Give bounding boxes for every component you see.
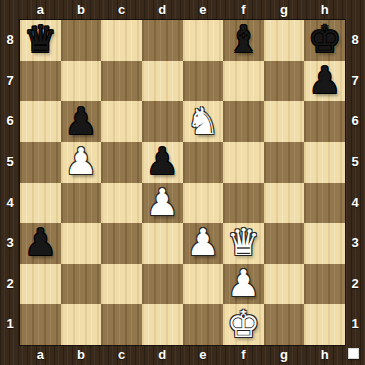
rank-label-3-left: 3 — [0, 223, 20, 264]
square-a8[interactable]: ♛ — [20, 20, 61, 61]
rank-label-5-left: 5 — [0, 142, 20, 183]
white-knight[interactable]: ♞ — [186, 102, 219, 142]
square-a2[interactable] — [20, 264, 61, 305]
white-pawn[interactable]: ♟ — [146, 183, 179, 223]
square-c8[interactable] — [101, 20, 142, 61]
chess-board-frame: ♛♝♚♟♟♞♟♟♟♟♟♛♟♚ aabbccddeeffgghh887766554… — [0, 0, 365, 365]
square-c1[interactable] — [101, 304, 142, 345]
file-label-h-top: h — [304, 0, 345, 20]
rank-label-6-right: 6 — [345, 101, 365, 142]
rank-label-5-right: 5 — [345, 142, 365, 183]
square-g2[interactable] — [264, 264, 305, 305]
rank-label-4-right: 4 — [345, 183, 365, 224]
square-e8[interactable] — [183, 20, 224, 61]
rank-label-6-left: 6 — [0, 101, 20, 142]
white-pawn[interactable]: ♟ — [227, 264, 260, 304]
square-a3[interactable]: ♟ — [20, 223, 61, 264]
file-label-b-bottom: b — [61, 345, 102, 365]
rank-label-3-right: 3 — [345, 223, 365, 264]
black-pawn[interactable]: ♟ — [308, 61, 341, 101]
square-c7[interactable] — [101, 61, 142, 102]
square-h8[interactable]: ♚ — [304, 20, 345, 61]
file-label-h-bottom: h — [304, 345, 345, 365]
square-b4[interactable] — [61, 183, 102, 224]
square-d5[interactable]: ♟ — [142, 142, 183, 183]
square-e1[interactable] — [183, 304, 224, 345]
file-label-g-top: g — [264, 0, 305, 20]
square-f8[interactable]: ♝ — [223, 20, 264, 61]
file-label-c-bottom: c — [101, 345, 142, 365]
square-b8[interactable] — [61, 20, 102, 61]
square-g6[interactable] — [264, 101, 305, 142]
square-h5[interactable] — [304, 142, 345, 183]
square-a1[interactable] — [20, 304, 61, 345]
square-e3[interactable]: ♟ — [183, 223, 224, 264]
square-e5[interactable] — [183, 142, 224, 183]
black-pawn[interactable]: ♟ — [24, 223, 57, 263]
square-g4[interactable] — [264, 183, 305, 224]
black-queen[interactable]: ♛ — [24, 20, 57, 60]
square-e4[interactable] — [183, 183, 224, 224]
square-h6[interactable] — [304, 101, 345, 142]
square-b7[interactable] — [61, 61, 102, 102]
square-f2[interactable]: ♟ — [223, 264, 264, 305]
square-h1[interactable] — [304, 304, 345, 345]
square-b3[interactable] — [61, 223, 102, 264]
square-f5[interactable] — [223, 142, 264, 183]
rank-label-2-right: 2 — [345, 264, 365, 305]
white-pawn[interactable]: ♟ — [64, 142, 97, 182]
square-h4[interactable] — [304, 183, 345, 224]
square-c2[interactable] — [101, 264, 142, 305]
square-a6[interactable] — [20, 101, 61, 142]
file-label-e-bottom: e — [183, 345, 224, 365]
square-b6[interactable]: ♟ — [61, 101, 102, 142]
rank-label-7-left: 7 — [0, 61, 20, 102]
square-f4[interactable] — [223, 183, 264, 224]
file-label-b-top: b — [61, 0, 102, 20]
square-b5[interactable]: ♟ — [61, 142, 102, 183]
white-queen[interactable]: ♛ — [227, 223, 260, 263]
file-label-f-top: f — [223, 0, 264, 20]
rank-label-1-right: 1 — [345, 304, 365, 345]
square-d6[interactable] — [142, 101, 183, 142]
rank-label-8-right: 8 — [345, 20, 365, 61]
rank-label-8-left: 8 — [0, 20, 20, 61]
white-to-move-indicator — [348, 348, 359, 359]
square-e2[interactable] — [183, 264, 224, 305]
square-g5[interactable] — [264, 142, 305, 183]
white-king[interactable]: ♚ — [227, 305, 260, 345]
rank-label-2-left: 2 — [0, 264, 20, 305]
square-d4[interactable]: ♟ — [142, 183, 183, 224]
square-h2[interactable] — [304, 264, 345, 305]
file-label-e-top: e — [183, 0, 224, 20]
chess-board: ♛♝♚♟♟♞♟♟♟♟♟♛♟♚ — [20, 20, 345, 345]
file-label-c-top: c — [101, 0, 142, 20]
square-h7[interactable]: ♟ — [304, 61, 345, 102]
square-f3[interactable]: ♛ — [223, 223, 264, 264]
square-f6[interactable] — [223, 101, 264, 142]
rank-label-7-right: 7 — [345, 61, 365, 102]
rank-label-1-left: 1 — [0, 304, 20, 345]
file-label-g-bottom: g — [264, 345, 305, 365]
square-b1[interactable] — [61, 304, 102, 345]
square-a5[interactable] — [20, 142, 61, 183]
square-b2[interactable] — [61, 264, 102, 305]
black-pawn[interactable]: ♟ — [64, 102, 97, 142]
square-d7[interactable] — [142, 61, 183, 102]
square-c5[interactable] — [101, 142, 142, 183]
black-pawn[interactable]: ♟ — [146, 142, 179, 182]
black-king[interactable]: ♚ — [308, 20, 341, 60]
square-e6[interactable]: ♞ — [183, 101, 224, 142]
square-e7[interactable] — [183, 61, 224, 102]
file-label-a-top: a — [20, 0, 61, 20]
square-g3[interactable] — [264, 223, 305, 264]
rank-label-4-left: 4 — [0, 183, 20, 224]
file-label-d-top: d — [142, 0, 183, 20]
square-a4[interactable] — [20, 183, 61, 224]
square-f1[interactable]: ♚ — [223, 304, 264, 345]
file-label-a-bottom: a — [20, 345, 61, 365]
square-d1[interactable] — [142, 304, 183, 345]
square-c6[interactable] — [101, 101, 142, 142]
square-f7[interactable] — [223, 61, 264, 102]
file-label-f-bottom: f — [223, 345, 264, 365]
square-c4[interactable] — [101, 183, 142, 224]
square-d2[interactable] — [142, 264, 183, 305]
square-c3[interactable] — [101, 223, 142, 264]
square-d8[interactable] — [142, 20, 183, 61]
file-label-d-bottom: d — [142, 345, 183, 365]
black-bishop[interactable]: ♝ — [227, 20, 260, 60]
square-h3[interactable] — [304, 223, 345, 264]
square-g8[interactable] — [264, 20, 305, 61]
square-g1[interactable] — [264, 304, 305, 345]
square-g7[interactable] — [264, 61, 305, 102]
white-pawn[interactable]: ♟ — [186, 223, 219, 263]
square-d3[interactable] — [142, 223, 183, 264]
square-a7[interactable] — [20, 61, 61, 102]
